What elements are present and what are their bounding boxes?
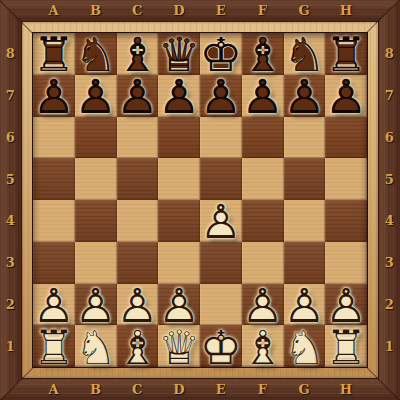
rank-label-right-3: 3 <box>379 242 400 284</box>
white-queen[interactable]: ♛♕ <box>158 325 200 367</box>
black-pawn-icon: ♟ <box>200 76 242 118</box>
black-queen-icon: ♛ <box>158 34 200 76</box>
black-pawn[interactable]: ♟♙ <box>242 75 284 117</box>
white-king[interactable]: ♚♔ <box>200 325 242 367</box>
black-knight-icon: ♞ <box>75 34 117 76</box>
rank-label-left-1: 1 <box>0 325 21 367</box>
file-label-top-a: A <box>33 0 75 21</box>
black-pawn-icon: ♟ <box>284 76 326 118</box>
black-bishop-outline-icon: ♗ <box>242 34 284 76</box>
square-a6[interactable] <box>33 117 75 159</box>
white-pawn-outline-icon: ♙ <box>242 285 284 327</box>
rank-label-left-4: 4 <box>0 200 21 242</box>
square-a2[interactable]: ♟♙ <box>33 284 75 326</box>
square-c3[interactable] <box>117 242 159 284</box>
square-g2[interactable]: ♟♙ <box>284 284 326 326</box>
white-rook-icon: ♜ <box>33 326 75 368</box>
square-d6[interactable] <box>158 117 200 159</box>
square-f5[interactable] <box>242 158 284 200</box>
square-a1[interactable]: ♜♖ <box>33 325 75 367</box>
square-b6[interactable] <box>75 117 117 159</box>
square-h1[interactable]: ♜♖ <box>325 325 367 367</box>
black-queen[interactable]: ♛♕ <box>158 33 200 75</box>
rank-label-left-3: 3 <box>0 242 21 284</box>
rank-label-right-4: 4 <box>379 200 400 242</box>
black-pawn[interactable]: ♟♙ <box>284 75 326 117</box>
square-e4[interactable]: ♟♙ <box>200 200 242 242</box>
rank-label-left-2: 2 <box>0 284 21 326</box>
square-b1[interactable]: ♞♘ <box>75 325 117 367</box>
black-pawn[interactable]: ♟♙ <box>158 75 200 117</box>
black-pawn-outline-icon: ♙ <box>242 76 284 118</box>
white-rook[interactable]: ♜♖ <box>33 325 75 367</box>
black-knight-outline-icon: ♘ <box>75 34 117 76</box>
white-knight-icon: ♞ <box>75 326 117 368</box>
black-pawn-outline-icon: ♙ <box>158 76 200 118</box>
white-pawn[interactable]: ♟♙ <box>284 284 326 326</box>
black-queen-outline-icon: ♕ <box>158 34 200 76</box>
square-b4[interactable] <box>75 200 117 242</box>
square-e1[interactable]: ♚♔ <box>200 325 242 367</box>
square-g1[interactable]: ♞♘ <box>284 325 326 367</box>
file-label-top-e: E <box>200 0 242 21</box>
square-c2[interactable]: ♟♙ <box>117 284 159 326</box>
white-pawn[interactable]: ♟♙ <box>33 284 75 326</box>
square-h3[interactable] <box>325 242 367 284</box>
square-e5[interactable] <box>200 158 242 200</box>
rank-label-left-8: 8 <box>0 33 21 75</box>
white-pawn[interactable]: ♟♙ <box>158 284 200 326</box>
square-e2[interactable] <box>200 284 242 326</box>
black-knight[interactable]: ♞♘ <box>284 33 326 75</box>
file-label-top-h: H <box>325 0 367 21</box>
square-d2[interactable]: ♟♙ <box>158 284 200 326</box>
file-label-top-d: D <box>158 0 200 21</box>
file-label-top-c: C <box>117 0 159 21</box>
black-king-outline-icon: ♔ <box>200 34 242 76</box>
square-b5[interactable] <box>75 158 117 200</box>
black-knight[interactable]: ♞♘ <box>75 33 117 75</box>
black-pawn-icon: ♟ <box>158 76 200 118</box>
rank-label-right-6: 6 <box>379 117 400 159</box>
square-c6[interactable] <box>117 117 159 159</box>
white-knight-icon: ♞ <box>284 326 326 368</box>
white-pawn-outline-icon: ♙ <box>325 285 367 327</box>
black-pawn-outline-icon: ♙ <box>284 76 326 118</box>
white-rook-outline-icon: ♖ <box>325 326 367 368</box>
black-pawn-icon: ♟ <box>117 76 159 118</box>
white-queen-icon: ♛ <box>158 326 200 368</box>
white-knight[interactable]: ♞♘ <box>75 325 117 367</box>
black-bishop-outline-icon: ♗ <box>117 34 159 76</box>
square-d7[interactable]: ♟♙ <box>158 75 200 117</box>
file-label-bottom-g: G <box>284 379 326 400</box>
white-pawn-icon: ♟ <box>33 285 75 327</box>
square-f4[interactable] <box>242 200 284 242</box>
black-rook[interactable]: ♜♖ <box>33 33 75 75</box>
white-pawn-icon: ♟ <box>242 285 284 327</box>
white-rook[interactable]: ♜♖ <box>325 325 367 367</box>
white-king-outline-icon: ♔ <box>200 326 242 368</box>
square-a4[interactable] <box>33 200 75 242</box>
white-knight-outline-icon: ♘ <box>284 326 326 368</box>
white-pawn-icon: ♟ <box>158 285 200 327</box>
square-a5[interactable] <box>33 158 75 200</box>
white-bishop-outline-icon: ♗ <box>242 326 284 368</box>
black-pawn[interactable]: ♟♙ <box>75 75 117 117</box>
square-c7[interactable]: ♟♙ <box>117 75 159 117</box>
square-d3[interactable] <box>158 242 200 284</box>
black-king[interactable]: ♚♔ <box>200 33 242 75</box>
square-a3[interactable] <box>33 242 75 284</box>
white-bishop-icon: ♝ <box>242 326 284 368</box>
white-knight-outline-icon: ♘ <box>75 326 117 368</box>
square-b2[interactable]: ♟♙ <box>75 284 117 326</box>
black-pawn[interactable]: ♟♙ <box>325 75 367 117</box>
file-label-top-b: B <box>75 0 117 21</box>
square-h7[interactable]: ♟♙ <box>325 75 367 117</box>
square-g6[interactable] <box>284 117 326 159</box>
black-pawn-icon: ♟ <box>242 76 284 118</box>
white-pawn[interactable]: ♟♙ <box>75 284 117 326</box>
black-knight-outline-icon: ♘ <box>284 34 326 76</box>
black-pawn-outline-icon: ♙ <box>75 76 117 118</box>
square-h6[interactable] <box>325 117 367 159</box>
white-pawn[interactable]: ♟♙ <box>325 284 367 326</box>
white-bishop[interactable]: ♝♗ <box>242 325 284 367</box>
black-rook-outline-icon: ♖ <box>325 34 367 76</box>
white-pawn-outline-icon: ♙ <box>117 285 159 327</box>
white-rook-icon: ♜ <box>325 326 367 368</box>
square-f1[interactable]: ♝♗ <box>242 325 284 367</box>
white-pawn[interactable]: ♟♙ <box>117 284 159 326</box>
white-bishop-outline-icon: ♗ <box>117 326 159 368</box>
white-pawn-icon: ♟ <box>284 285 326 327</box>
rank-label-left-5: 5 <box>0 158 21 200</box>
black-pawn-icon: ♟ <box>325 76 367 118</box>
file-label-bottom-h: H <box>325 379 367 400</box>
square-d4[interactable] <box>158 200 200 242</box>
square-h8[interactable]: ♜♖ <box>325 33 367 75</box>
white-pawn-icon: ♟ <box>325 285 367 327</box>
square-c5[interactable] <box>117 158 159 200</box>
black-rook[interactable]: ♜♖ <box>325 33 367 75</box>
white-pawn-outline-icon: ♙ <box>158 285 200 327</box>
black-bishop-icon: ♝ <box>242 34 284 76</box>
square-g7[interactable]: ♟♙ <box>284 75 326 117</box>
white-pawn[interactable]: ♟♙ <box>200 200 242 242</box>
black-rook-icon: ♜ <box>33 34 75 76</box>
black-pawn-outline-icon: ♙ <box>325 76 367 118</box>
white-pawn-outline-icon: ♙ <box>284 285 326 327</box>
white-rook-outline-icon: ♖ <box>33 326 75 368</box>
square-g8[interactable]: ♞♘ <box>284 33 326 75</box>
square-e7[interactable]: ♟♙ <box>200 75 242 117</box>
chess-app-window: ♜♖♞♘♝♗♛♕♚♔♝♗♞♘♜♖♟♙♟♙♟♙♟♙♟♙♟♙♟♙♟♙♟♙♟♙♟♙♟♙… <box>0 0 400 400</box>
white-pawn-outline-icon: ♙ <box>200 201 242 243</box>
white-pawn-icon: ♟ <box>117 285 159 327</box>
square-d5[interactable] <box>158 158 200 200</box>
square-f2[interactable]: ♟♙ <box>242 284 284 326</box>
black-rook-outline-icon: ♖ <box>33 34 75 76</box>
file-label-bottom-b: B <box>75 379 117 400</box>
white-queen-outline-icon: ♕ <box>158 326 200 368</box>
file-label-bottom-e: E <box>200 379 242 400</box>
white-pawn-icon: ♟ <box>75 285 117 327</box>
square-g3[interactable] <box>284 242 326 284</box>
white-king-icon: ♚ <box>200 326 242 368</box>
black-knight-icon: ♞ <box>284 34 326 76</box>
square-d8[interactable]: ♛♕ <box>158 33 200 75</box>
square-h5[interactable] <box>325 158 367 200</box>
white-knight[interactable]: ♞♘ <box>284 325 326 367</box>
square-h4[interactable] <box>325 200 367 242</box>
black-pawn-outline-icon: ♙ <box>33 76 75 118</box>
square-d1[interactable]: ♛♕ <box>158 325 200 367</box>
white-pawn-outline-icon: ♙ <box>75 285 117 327</box>
square-b8[interactable]: ♞♘ <box>75 33 117 75</box>
square-h2[interactable]: ♟♙ <box>325 284 367 326</box>
black-pawn[interactable]: ♟♙ <box>200 75 242 117</box>
black-pawn[interactable]: ♟♙ <box>117 75 159 117</box>
rank-label-right-2: 2 <box>379 284 400 326</box>
black-rook-icon: ♜ <box>325 34 367 76</box>
file-label-top-g: G <box>284 0 326 21</box>
square-b7[interactable]: ♟♙ <box>75 75 117 117</box>
black-pawn-icon: ♟ <box>75 76 117 118</box>
square-c1[interactable]: ♝♗ <box>117 325 159 367</box>
white-pawn-outline-icon: ♙ <box>33 285 75 327</box>
square-e3[interactable] <box>200 242 242 284</box>
file-label-bottom-d: D <box>158 379 200 400</box>
square-f3[interactable] <box>242 242 284 284</box>
square-b3[interactable] <box>75 242 117 284</box>
white-bishop[interactable]: ♝♗ <box>117 325 159 367</box>
square-f7[interactable]: ♟♙ <box>242 75 284 117</box>
rank-label-right-5: 5 <box>379 158 400 200</box>
square-g4[interactable] <box>284 200 326 242</box>
file-label-top-f: F <box>242 0 284 21</box>
black-bishop-icon: ♝ <box>117 34 159 76</box>
white-pawn[interactable]: ♟♙ <box>242 284 284 326</box>
rank-label-right-7: 7 <box>379 75 400 117</box>
black-pawn-outline-icon: ♙ <box>200 76 242 118</box>
black-bishop[interactable]: ♝♗ <box>117 33 159 75</box>
square-f8[interactable]: ♝♗ <box>242 33 284 75</box>
file-label-bottom-a: A <box>33 379 75 400</box>
black-king-icon: ♚ <box>200 34 242 76</box>
rank-label-left-6: 6 <box>0 117 21 159</box>
black-bishop[interactable]: ♝♗ <box>242 33 284 75</box>
file-label-bottom-c: C <box>117 379 159 400</box>
black-pawn-icon: ♟ <box>33 76 75 118</box>
square-c4[interactable] <box>117 200 159 242</box>
rank-label-left-7: 7 <box>0 75 21 117</box>
rank-label-right-1: 1 <box>379 325 400 367</box>
square-a7[interactable]: ♟♙ <box>33 75 75 117</box>
rank-label-right-8: 8 <box>379 33 400 75</box>
white-bishop-icon: ♝ <box>117 326 159 368</box>
square-c8[interactable]: ♝♗ <box>117 33 159 75</box>
square-g5[interactable] <box>284 158 326 200</box>
black-pawn-outline-icon: ♙ <box>117 76 159 118</box>
file-label-bottom-f: F <box>242 379 284 400</box>
square-f6[interactable] <box>242 117 284 159</box>
square-e8[interactable]: ♚♔ <box>200 33 242 75</box>
chess-board: ♜♖♞♘♝♗♛♕♚♔♝♗♞♘♜♖♟♙♟♙♟♙♟♙♟♙♟♙♟♙♟♙♟♙♟♙♟♙♟♙… <box>32 32 368 368</box>
square-e6[interactable] <box>200 117 242 159</box>
black-pawn[interactable]: ♟♙ <box>33 75 75 117</box>
square-a8[interactable]: ♜♖ <box>33 33 75 75</box>
white-pawn-icon: ♟ <box>200 201 242 243</box>
